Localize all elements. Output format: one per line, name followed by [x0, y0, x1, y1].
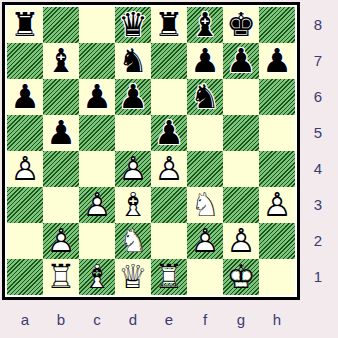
piece-black-pawn-icon: ♟ [259, 43, 295, 79]
square-g5[interactable] [223, 115, 259, 151]
square-c2[interactable] [79, 223, 115, 259]
rank-label-4: 4 [303, 151, 333, 187]
square-f2[interactable]: ♟♙ [187, 223, 223, 259]
piece-black-queen-icon: ♛ [115, 7, 151, 43]
square-b7[interactable]: ♝ [43, 43, 79, 79]
file-label-f: f [187, 305, 223, 335]
square-c1[interactable]: ♝♗ [79, 259, 115, 295]
square-a3[interactable] [7, 187, 43, 223]
square-g6[interactable] [223, 79, 259, 115]
square-a4[interactable]: ♟♙ [7, 151, 43, 187]
square-h2[interactable] [259, 223, 295, 259]
square-h8[interactable] [259, 7, 295, 43]
square-h5[interactable] [259, 115, 295, 151]
square-a2[interactable] [7, 223, 43, 259]
piece-white-pawn-icon: ♟♙ [79, 187, 115, 223]
square-e3[interactable] [151, 187, 187, 223]
piece-black-knight-icon: ♞ [115, 43, 151, 79]
file-label-g: g [223, 305, 259, 335]
square-d3[interactable]: ♝♗ [115, 187, 151, 223]
piece-white-rook-icon: ♜♖ [151, 259, 187, 295]
square-h4[interactable] [259, 151, 295, 187]
square-f3[interactable]: ♞♘ [187, 187, 223, 223]
square-e5[interactable]: ♟ [151, 115, 187, 151]
piece-black-bishop-icon: ♝ [187, 7, 223, 43]
square-d7[interactable]: ♞ [115, 43, 151, 79]
piece-white-pawn-icon: ♟♙ [187, 223, 223, 259]
square-e2[interactable] [151, 223, 187, 259]
square-g1[interactable]: ♚♔ [223, 259, 259, 295]
piece-white-knight-icon: ♞♘ [115, 223, 151, 259]
square-b1[interactable]: ♜♖ [43, 259, 79, 295]
square-h3[interactable]: ♟♙ [259, 187, 295, 223]
piece-black-pawn-icon: ♟ [187, 43, 223, 79]
piece-black-pawn-icon: ♟ [115, 79, 151, 115]
piece-white-pawn-icon: ♟♙ [43, 223, 79, 259]
square-d4[interactable]: ♟♙ [115, 151, 151, 187]
piece-black-pawn-icon: ♟ [223, 43, 259, 79]
piece-black-pawn-icon: ♟ [43, 115, 79, 151]
square-e8[interactable]: ♜ [151, 7, 187, 43]
piece-black-king-icon: ♚ [223, 7, 259, 43]
piece-white-pawn-icon: ♟♙ [223, 223, 259, 259]
square-f8[interactable]: ♝ [187, 7, 223, 43]
rank-label-1: 1 [303, 259, 333, 295]
chess-diagram: ♜♛♜♝♚♝♞♟♟♟♟♟♟♞♟♟♟♙♟♙♟♙♟♙♝♗♞♘♟♙♟♙♞♘♟♙♟♙♜♖… [0, 0, 338, 338]
file-label-d: d [115, 305, 151, 335]
square-g7[interactable]: ♟ [223, 43, 259, 79]
piece-white-pawn-icon: ♟♙ [7, 151, 43, 187]
square-c6[interactable]: ♟ [79, 79, 115, 115]
square-g4[interactable] [223, 151, 259, 187]
square-g3[interactable] [223, 187, 259, 223]
board-grid: ♜♛♜♝♚♝♞♟♟♟♟♟♟♞♟♟♟♙♟♙♟♙♟♙♝♗♞♘♟♙♟♙♞♘♟♙♟♙♜♖… [7, 7, 295, 295]
square-e6[interactable] [151, 79, 187, 115]
square-d8[interactable]: ♛ [115, 7, 151, 43]
square-d5[interactable] [115, 115, 151, 151]
piece-white-pawn-icon: ♟♙ [259, 187, 295, 223]
square-f7[interactable]: ♟ [187, 43, 223, 79]
square-e4[interactable]: ♟♙ [151, 151, 187, 187]
piece-white-queen-icon: ♛♕ [115, 259, 151, 295]
piece-white-king-icon: ♚♔ [223, 259, 259, 295]
piece-white-rook-icon: ♜♖ [43, 259, 79, 295]
square-b3[interactable] [43, 187, 79, 223]
square-d6[interactable]: ♟ [115, 79, 151, 115]
chess-board: ♜♛♜♝♚♝♞♟♟♟♟♟♟♞♟♟♟♙♟♙♟♙♟♙♝♗♞♘♟♙♟♙♞♘♟♙♟♙♜♖… [2, 2, 300, 300]
piece-black-knight-icon: ♞ [187, 79, 223, 115]
piece-white-pawn-icon: ♟♙ [115, 151, 151, 187]
square-f1[interactable] [187, 259, 223, 295]
piece-black-bishop-icon: ♝ [43, 43, 79, 79]
piece-white-bishop-icon: ♝♗ [79, 259, 115, 295]
piece-white-pawn-icon: ♟♙ [151, 151, 187, 187]
square-a7[interactable] [7, 43, 43, 79]
square-f4[interactable] [187, 151, 223, 187]
file-label-a: a [7, 305, 43, 335]
square-a5[interactable] [7, 115, 43, 151]
square-e7[interactable] [151, 43, 187, 79]
square-b8[interactable] [43, 7, 79, 43]
file-label-b: b [43, 305, 79, 335]
square-b4[interactable] [43, 151, 79, 187]
square-b2[interactable]: ♟♙ [43, 223, 79, 259]
square-g8[interactable]: ♚ [223, 7, 259, 43]
square-h7[interactable]: ♟ [259, 43, 295, 79]
file-label-h: h [259, 305, 295, 335]
square-a6[interactable]: ♟ [7, 79, 43, 115]
square-c3[interactable]: ♟♙ [79, 187, 115, 223]
square-b6[interactable] [43, 79, 79, 115]
square-c4[interactable] [79, 151, 115, 187]
piece-black-pawn-icon: ♟ [151, 115, 187, 151]
square-c5[interactable] [79, 115, 115, 151]
square-a8[interactable]: ♜ [7, 7, 43, 43]
rank-label-5: 5 [303, 115, 333, 151]
piece-black-pawn-icon: ♟ [7, 79, 43, 115]
square-d2[interactable]: ♞♘ [115, 223, 151, 259]
piece-white-knight-icon: ♞♘ [187, 187, 223, 223]
rank-label-3: 3 [303, 187, 333, 223]
square-f5[interactable] [187, 115, 223, 151]
square-f6[interactable]: ♞ [187, 79, 223, 115]
square-c7[interactable] [79, 43, 115, 79]
rank-label-6: 6 [303, 79, 333, 115]
rank-label-8: 8 [303, 7, 333, 43]
piece-black-rook-icon: ♜ [7, 7, 43, 43]
rank-label-7: 7 [303, 43, 333, 79]
square-a1[interactable] [7, 259, 43, 295]
file-label-c: c [79, 305, 115, 335]
rank-label-2: 2 [303, 223, 333, 259]
piece-white-bishop-icon: ♝♗ [115, 187, 151, 223]
square-h6[interactable] [259, 79, 295, 115]
file-label-e: e [151, 305, 187, 335]
square-d1[interactable]: ♛♕ [115, 259, 151, 295]
square-g2[interactable]: ♟♙ [223, 223, 259, 259]
piece-black-pawn-icon: ♟ [79, 79, 115, 115]
square-e1[interactable]: ♜♖ [151, 259, 187, 295]
square-b5[interactable]: ♟ [43, 115, 79, 151]
square-c8[interactable] [79, 7, 115, 43]
piece-black-rook-icon: ♜ [151, 7, 187, 43]
square-h1[interactable] [259, 259, 295, 295]
